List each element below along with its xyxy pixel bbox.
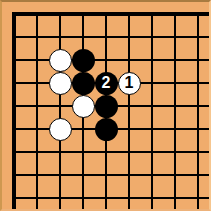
grid-line-vertical bbox=[174, 12, 176, 209]
stone-black-move-2: 2 bbox=[95, 72, 118, 95]
stone-white-move-1: 1 bbox=[118, 72, 141, 95]
grid-line-vertical bbox=[12, 12, 16, 209]
grid-line-vertical bbox=[151, 12, 153, 209]
grid-line-horizontal bbox=[12, 12, 209, 16]
grid-line-vertical bbox=[59, 12, 61, 209]
grid-line-horizontal bbox=[12, 174, 209, 176]
grid-line-horizontal bbox=[12, 197, 209, 199]
stone-white bbox=[72, 95, 95, 118]
grid-line-horizontal bbox=[12, 59, 209, 61]
go-board: 21 bbox=[0, 0, 211, 211]
move-number-label: 2 bbox=[102, 75, 111, 91]
stone-black bbox=[72, 49, 95, 72]
grid-line-horizontal bbox=[12, 151, 209, 153]
stone-white bbox=[49, 49, 72, 72]
grid-line-horizontal bbox=[12, 36, 209, 38]
stone-white bbox=[49, 118, 72, 141]
stone-black bbox=[95, 95, 118, 118]
grid-line-vertical bbox=[36, 12, 38, 209]
grid-line-vertical bbox=[197, 12, 199, 209]
grid-line-vertical bbox=[128, 12, 130, 209]
stone-white bbox=[49, 72, 72, 95]
stone-black bbox=[95, 118, 118, 141]
move-number-label: 1 bbox=[125, 75, 134, 91]
stone-black bbox=[72, 72, 95, 95]
